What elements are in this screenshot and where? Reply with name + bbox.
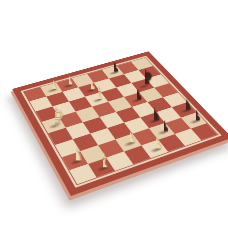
white-pawn-glyph: ♟ — [124, 132, 137, 145]
white-bishop-glyph: ♝ — [91, 86, 106, 102]
square-a1 — [69, 164, 96, 184]
white-king-glyph: ♚ — [45, 107, 64, 128]
black-pawn-glyph: ♟ — [190, 110, 202, 123]
white-pawn-glyph: ♟ — [150, 138, 163, 151]
black-pawn-glyph: ♟ — [132, 89, 143, 101]
chessboard-photo: ♟♟♟♟♝♚♚♟♞♞♞♟♟♟♝♟ — [0, 0, 228, 228]
white-pawn-glyph: ♟ — [63, 75, 74, 87]
board-inner-band: ♟♟♟♟♝♚♚♟♞♞♞♟♟♟♝♟ — [21, 56, 222, 188]
board-squares-grid: ♟♟♟♟♝♚♚♟♞♞♞♟♟♟♝♟ — [24, 58, 217, 184]
white-bishop-glyph: ♝ — [95, 152, 112, 170]
black-pawn-glyph: ♟ — [158, 121, 170, 134]
black-pawn-glyph: ♟ — [109, 62, 120, 73]
square-h1 — [191, 123, 217, 140]
chessboard: ♟♟♟♟♝♚♚♟♞♞♞♟♟♟♝♟ — [12, 51, 228, 196]
white-pawn-glyph: ♟ — [47, 80, 58, 92]
white-knight-glyph: ♞ — [69, 146, 85, 163]
black-king-glyph: ♚ — [136, 68, 154, 87]
